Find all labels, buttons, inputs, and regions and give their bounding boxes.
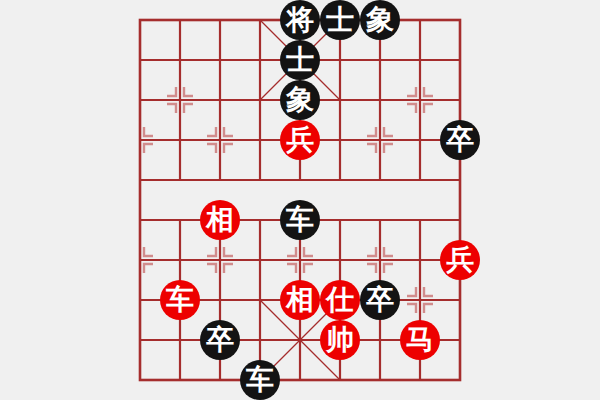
piece-black-chariot[interactable]: 车 xyxy=(240,360,280,400)
piece-black-advisor[interactable]: 士 xyxy=(320,0,360,40)
xiangqi-app: 将士象士象兵卒相车兵车相仕卒卒帅马车 xyxy=(0,0,600,400)
piece-red-elephant[interactable]: 相 xyxy=(280,280,320,320)
piece-black-elephant[interactable]: 象 xyxy=(280,80,320,120)
piece-black-advisor[interactable]: 士 xyxy=(280,40,320,80)
piece-red-chariot[interactable]: 车 xyxy=(160,280,200,320)
piece-red-horse[interactable]: 马 xyxy=(400,320,440,360)
piece-black-soldier[interactable]: 卒 xyxy=(360,280,400,320)
piece-black-soldier[interactable]: 卒 xyxy=(440,120,480,160)
piece-black-elephant[interactable]: 象 xyxy=(360,0,400,40)
piece-black-general[interactable]: 将 xyxy=(280,0,320,40)
piece-red-general[interactable]: 帅 xyxy=(320,320,360,360)
piece-red-soldier[interactable]: 兵 xyxy=(440,240,480,280)
piece-red-soldier[interactable]: 兵 xyxy=(280,120,320,160)
piece-red-elephant[interactable]: 相 xyxy=(200,200,240,240)
piece-black-chariot[interactable]: 车 xyxy=(280,200,320,240)
piece-black-soldier[interactable]: 卒 xyxy=(200,320,240,360)
piece-red-advisor[interactable]: 仕 xyxy=(320,280,360,320)
piece-layer: 将士象士象兵卒相车兵车相仕卒卒帅马车 xyxy=(120,0,480,400)
